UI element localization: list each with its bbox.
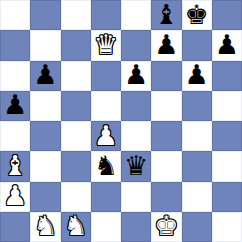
square-b1[interactable]: ♞ <box>30 212 60 242</box>
square-f6[interactable] <box>151 61 181 91</box>
square-c8[interactable] <box>61 0 91 30</box>
square-h5[interactable] <box>212 91 242 121</box>
square-d5[interactable] <box>91 91 121 121</box>
square-a2[interactable]: ♟︎ <box>0 182 30 212</box>
square-f1[interactable]: ♚ <box>151 212 181 242</box>
square-h8[interactable] <box>212 0 242 30</box>
black-pawn[interactable]: ♟︎ <box>124 61 148 88</box>
black-king[interactable]: ♚ <box>185 1 209 28</box>
square-e4[interactable] <box>121 121 151 151</box>
square-g7[interactable] <box>182 30 212 60</box>
square-g1[interactable] <box>182 212 212 242</box>
square-h4[interactable] <box>212 121 242 151</box>
square-a8[interactable] <box>0 0 30 30</box>
square-d4[interactable]: ♟︎ <box>91 121 121 151</box>
square-g2[interactable] <box>182 182 212 212</box>
square-c3[interactable] <box>61 151 91 181</box>
black-bishop[interactable]: ♝ <box>154 1 178 28</box>
square-h2[interactable] <box>212 182 242 212</box>
square-b5[interactable] <box>30 91 60 121</box>
square-a4[interactable] <box>0 121 30 151</box>
square-e6[interactable]: ♟︎ <box>121 61 151 91</box>
white-bishop[interactable]: ♝ <box>3 152 27 179</box>
square-g8[interactable]: ♚ <box>182 0 212 30</box>
black-pawn[interactable]: ♟︎ <box>215 31 239 58</box>
square-c4[interactable] <box>61 121 91 151</box>
square-g5[interactable] <box>182 91 212 121</box>
square-d8[interactable] <box>91 0 121 30</box>
square-c1[interactable]: ♞ <box>61 212 91 242</box>
square-b7[interactable] <box>30 30 60 60</box>
square-g6[interactable]: ♟︎ <box>182 61 212 91</box>
square-h7[interactable]: ♟︎ <box>212 30 242 60</box>
square-h6[interactable] <box>212 61 242 91</box>
square-a7[interactable] <box>0 30 30 60</box>
square-a1[interactable] <box>0 212 30 242</box>
square-a5[interactable]: ♟︎ <box>0 91 30 121</box>
black-pawn[interactable]: ♟︎ <box>33 61 57 88</box>
square-c2[interactable] <box>61 182 91 212</box>
square-e1[interactable] <box>121 212 151 242</box>
white-knight[interactable]: ♞ <box>64 212 88 239</box>
square-e5[interactable] <box>121 91 151 121</box>
square-e3[interactable]: ♛ <box>121 151 151 181</box>
square-b8[interactable] <box>30 0 60 30</box>
square-c6[interactable] <box>61 61 91 91</box>
square-b3[interactable] <box>30 151 60 181</box>
square-d7[interactable]: ♛ <box>91 30 121 60</box>
white-pawn[interactable]: ♟︎ <box>3 182 27 209</box>
black-pawn[interactable]: ♟︎ <box>3 91 27 118</box>
square-c7[interactable] <box>61 30 91 60</box>
square-a6[interactable] <box>0 61 30 91</box>
square-f4[interactable] <box>151 121 181 151</box>
black-pawn[interactable]: ♟︎ <box>154 31 178 58</box>
square-f7[interactable]: ♟︎ <box>151 30 181 60</box>
white-king[interactable]: ♚ <box>154 212 178 239</box>
square-f2[interactable] <box>151 182 181 212</box>
square-d1[interactable] <box>91 212 121 242</box>
square-f8[interactable]: ♝ <box>151 0 181 30</box>
square-h3[interactable] <box>212 151 242 181</box>
square-e2[interactable] <box>121 182 151 212</box>
square-f3[interactable] <box>151 151 181 181</box>
white-pawn[interactable]: ♟︎ <box>94 122 118 149</box>
square-d2[interactable] <box>91 182 121 212</box>
chess-board: ♝♚♛♟︎♟︎♟︎♟︎♟︎♟︎♟︎♝♞♛♟︎♞♞♚ <box>0 0 242 242</box>
square-b6[interactable]: ♟︎ <box>30 61 60 91</box>
square-b4[interactable] <box>30 121 60 151</box>
black-queen[interactable]: ♛ <box>124 152 148 179</box>
white-queen[interactable]: ♛ <box>94 31 118 58</box>
square-c5[interactable] <box>61 91 91 121</box>
square-g3[interactable] <box>182 151 212 181</box>
black-knight[interactable]: ♞ <box>94 152 118 179</box>
square-g4[interactable] <box>182 121 212 151</box>
square-h1[interactable] <box>212 212 242 242</box>
square-d3[interactable]: ♞ <box>91 151 121 181</box>
square-f5[interactable] <box>151 91 181 121</box>
square-d6[interactable] <box>91 61 121 91</box>
black-pawn[interactable]: ♟︎ <box>185 61 209 88</box>
square-b2[interactable] <box>30 182 60 212</box>
square-e8[interactable] <box>121 0 151 30</box>
square-a3[interactable]: ♝ <box>0 151 30 181</box>
white-knight[interactable]: ♞ <box>33 212 57 239</box>
square-e7[interactable] <box>121 30 151 60</box>
